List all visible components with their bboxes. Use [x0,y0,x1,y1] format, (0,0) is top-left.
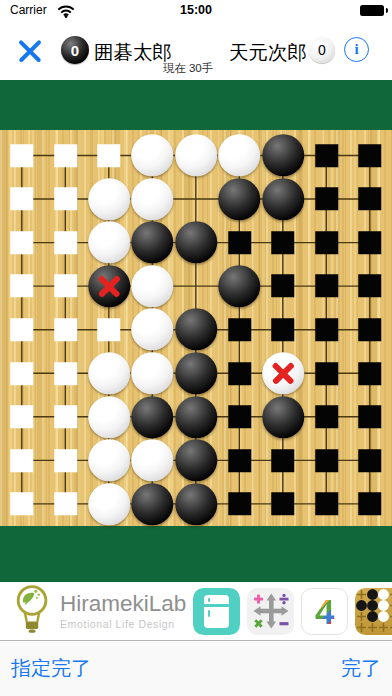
point-C2[interactable] [87,439,131,483]
point-F4[interactable] [218,352,262,396]
point-B3[interactable] [44,395,88,439]
white-territory-marker [97,144,120,167]
point-H4[interactable] [305,352,349,396]
black-territory-marker [271,492,294,515]
clock: 15:00 [0,3,392,17]
point-J3[interactable] [348,395,392,439]
white-stone [88,352,130,394]
black-territory-marker [228,318,251,341]
white-territory-marker [10,188,33,211]
brand-text-block: HiramekiLab Emotional Life Design [60,592,186,630]
point-A6[interactable] [0,264,44,308]
white-territory-marker [54,318,77,341]
point-A2[interactable] [0,439,44,483]
white-territory-marker [54,492,77,515]
white-stone [131,178,173,220]
white-territory-marker [10,405,33,428]
point-A7[interactable] [0,221,44,265]
point-B4[interactable] [44,352,88,396]
black-stone [175,352,217,394]
black-territory-marker [315,188,338,211]
white-stone [88,178,130,220]
go-board [0,130,392,526]
math-arrows-app-icon[interactable] [247,588,294,635]
point-C6[interactable] [87,264,131,308]
point-A8[interactable] [0,177,44,221]
black-territory-marker [358,492,381,515]
white-captures-badge: 0 [309,37,335,63]
done-button[interactable]: 完了 [341,655,381,682]
black-territory-marker [228,449,251,472]
point-B9[interactable] [44,134,88,178]
black-stone [218,265,260,307]
point-J4[interactable] [348,352,392,396]
black-captures-badge: 0 [61,36,89,64]
white-stone [131,439,173,481]
black-territory-marker [315,231,338,254]
black-stone [175,222,217,264]
black-territory-marker [358,318,381,341]
info-icon: i [354,41,358,58]
go-icon-board [355,588,392,635]
point-C4[interactable] [87,352,131,396]
black-stone [262,396,304,438]
point-E9[interactable] [174,134,218,178]
black-territory-marker [271,275,294,298]
point-C1[interactable] [87,482,131,526]
ad-banner: HiramekiLab Emotional Life Design [0,582,392,640]
point-G1[interactable] [261,482,305,526]
white-stone [218,135,260,177]
black-territory-marker [315,362,338,385]
info-button[interactable]: i [344,37,369,62]
point-H6[interactable] [305,264,349,308]
white-territory-marker [10,275,33,298]
point-J8[interactable] [348,177,392,221]
point-F5[interactable] [218,308,262,352]
point-G5[interactable] [261,308,305,352]
white-stone [131,352,173,394]
white-territory-marker [10,144,33,167]
black-territory-marker [228,362,251,385]
point-G7[interactable] [261,221,305,265]
white-captures-count: 0 [318,42,326,58]
fridge-icon [204,595,229,628]
table-felt [0,80,392,582]
point-E1[interactable] [174,482,218,526]
point-A3[interactable] [0,395,44,439]
point-G8[interactable] [261,177,305,221]
black-territory-marker [358,449,381,472]
point-D8[interactable] [131,177,175,221]
white-player-name: 天元次郎 [229,39,307,66]
black-territory-marker [358,405,381,428]
white-stone [131,135,173,177]
point-F7[interactable] [218,221,262,265]
black-stone [262,135,304,177]
battery-icon [360,5,384,16]
white-territory-marker [54,188,77,211]
app-screen: Carrier 15:00 0 囲碁太郎 現在 30手 天元次郎 0 i [0,0,392,696]
black-stone [175,483,217,525]
black-territory-marker [315,492,338,515]
point-G6[interactable] [261,264,305,308]
point-C7[interactable] [87,221,131,265]
white-territory-marker [54,449,77,472]
lightbulb-logo-icon [12,582,54,640]
white-territory-marker [54,144,77,167]
point-E2[interactable] [174,439,218,483]
point-F9[interactable] [218,134,262,178]
point-E5[interactable] [174,308,218,352]
point-B2[interactable] [44,439,88,483]
black-territory-marker [358,188,381,211]
white-territory-marker [97,318,120,341]
black-territory-marker [228,231,251,254]
point-J6[interactable] [348,264,392,308]
point-E4[interactable] [174,352,218,396]
point-D6[interactable] [131,264,175,308]
point-D7[interactable] [131,221,175,265]
black-stone [131,396,173,438]
point-J7[interactable] [348,221,392,265]
go-app-icon[interactable] [355,588,392,635]
black-stone [131,483,173,525]
white-territory-marker [10,449,33,472]
point-J1[interactable] [348,482,392,526]
point-F8[interactable] [218,177,262,221]
black-territory-marker [315,449,338,472]
point-E3[interactable] [174,395,218,439]
point-A4[interactable] [0,352,44,396]
white-territory-marker [54,362,77,385]
white-territory-marker [54,275,77,298]
point-H1[interactable] [305,482,349,526]
point-J9[interactable] [348,134,392,178]
black-territory-marker [315,405,338,428]
point-B6[interactable] [44,264,88,308]
point-B8[interactable] [44,177,88,221]
black-territory-marker [271,449,294,472]
point-A1[interactable] [0,482,44,526]
point-B1[interactable] [44,482,88,526]
point-C3[interactable] [87,395,131,439]
brand-name: HiramekiLab [60,592,186,616]
black-territory-marker [315,318,338,341]
colorful-4-app-icon[interactable]: 4 [301,588,348,635]
nav-bar: 0 囲碁太郎 現在 30手 天元次郎 0 i [0,20,392,80]
point-D9[interactable] [131,134,175,178]
move-counter: 現在 30手 [0,61,376,76]
white-territory-marker [54,405,77,428]
fridge-app-icon[interactable] [193,588,240,635]
dead-stone-mark-icon [269,359,297,387]
black-captures-count: 0 [71,42,79,59]
black-territory-marker [271,318,294,341]
point-C9[interactable] [87,134,131,178]
point-B5[interactable] [44,308,88,352]
white-stone [88,439,130,481]
black-territory-marker [315,275,338,298]
colorful-4-glyph: 4 [315,594,334,629]
black-stone [218,178,260,220]
point-H3[interactable] [305,395,349,439]
point-F6[interactable] [218,264,262,308]
black-territory-marker [358,275,381,298]
close-button[interactable] [17,38,42,63]
point-H7[interactable] [305,221,349,265]
black-stone [175,309,217,351]
point-D3[interactable] [131,395,175,439]
point-G4[interactable] [261,352,305,396]
white-territory-marker [10,231,33,254]
point-J2[interactable] [348,439,392,483]
white-stone [175,135,217,177]
point-F1[interactable] [218,482,262,526]
point-J5[interactable] [348,308,392,352]
black-stone [175,439,217,481]
black-territory-marker [228,405,251,428]
white-stone [88,396,130,438]
black-stone [131,222,173,264]
bottom-toolbar: 指定完了 完了 [0,640,392,696]
point-G2[interactable] [261,439,305,483]
point-H2[interactable] [305,439,349,483]
white-stone [88,483,130,525]
point-G3[interactable] [261,395,305,439]
point-B7[interactable] [44,221,88,265]
point-E8[interactable] [174,177,218,221]
white-stone [88,222,130,264]
point-E6[interactable] [174,264,218,308]
black-territory-marker [315,144,338,167]
brand-tagline: Emotional Life Design [60,618,186,630]
black-stone [175,396,217,438]
white-territory-marker [10,362,33,385]
point-G9[interactable] [261,134,305,178]
point-C8[interactable] [87,177,131,221]
black-territory-marker [228,492,251,515]
white-territory-marker [10,318,33,341]
black-territory-marker [358,144,381,167]
math-arrows-icon [251,591,291,631]
designation-done-button[interactable]: 指定完了 [11,655,91,682]
white-stone [131,265,173,307]
point-A9[interactable] [0,134,44,178]
point-D4[interactable] [131,352,175,396]
black-territory-marker [358,362,381,385]
point-E7[interactable] [174,221,218,265]
dead-stone-mark-icon [95,272,123,300]
point-D1[interactable] [131,482,175,526]
point-H9[interactable] [305,134,349,178]
point-F3[interactable] [218,395,262,439]
point-D2[interactable] [131,439,175,483]
point-F2[interactable] [218,439,262,483]
black-territory-marker [271,231,294,254]
black-territory-marker [358,231,381,254]
point-C5[interactable] [87,308,131,352]
white-territory-marker [54,231,77,254]
point-D5[interactable] [131,308,175,352]
point-H5[interactable] [305,308,349,352]
black-stone [262,178,304,220]
status-bar: Carrier 15:00 [0,0,392,20]
white-stone [131,309,173,351]
white-territory-marker [10,492,33,515]
point-H8[interactable] [305,177,349,221]
point-A5[interactable] [0,308,44,352]
